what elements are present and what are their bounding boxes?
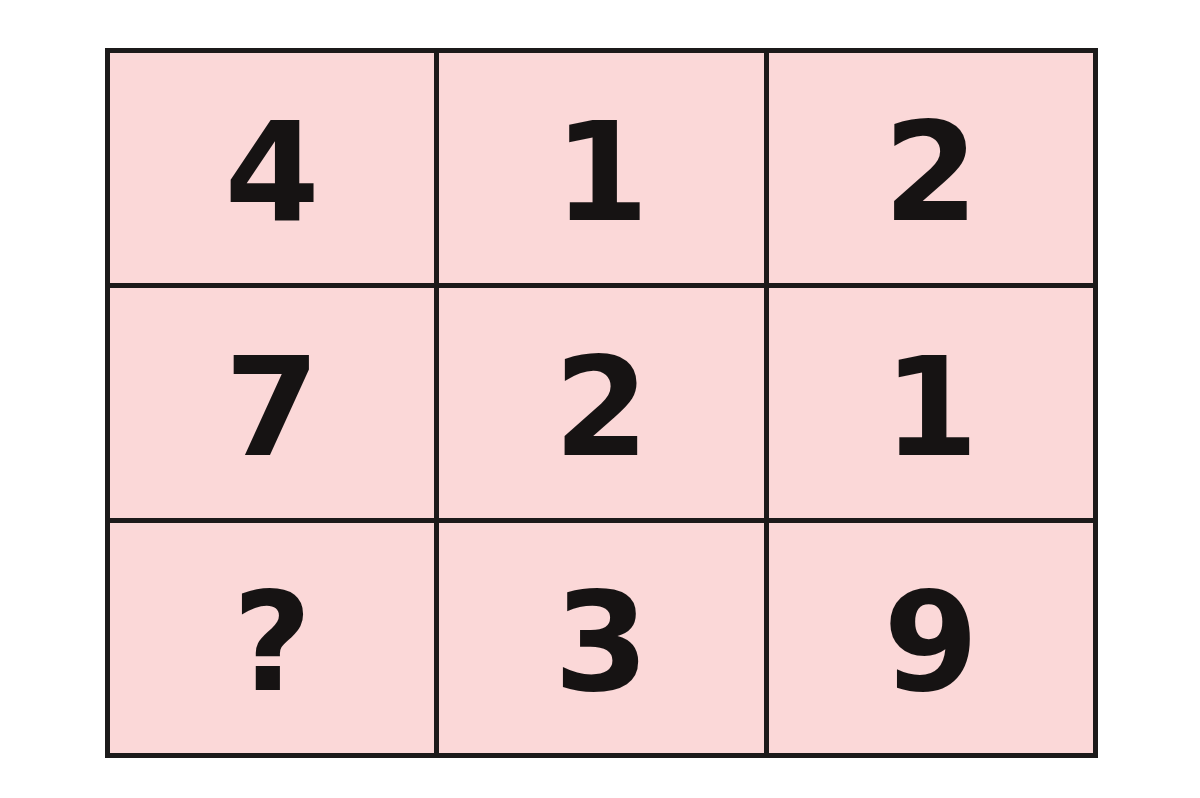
- cell-r3c3: 9: [769, 523, 1093, 753]
- cell-r1c3: 2: [769, 53, 1093, 283]
- cell-r2c2: 2: [439, 288, 763, 518]
- cell-r1c1: 4: [110, 53, 434, 283]
- puzzle-grid: 4 1 2 7 2 1 ? 3 9: [105, 48, 1098, 758]
- cell-r2c1: 7: [110, 288, 434, 518]
- cell-r2c3: 1: [769, 288, 1093, 518]
- cell-r3c1-missing: ?: [110, 523, 434, 753]
- cell-r1c2: 1: [439, 53, 763, 283]
- page: 4 1 2 7 2 1 ? 3 9: [0, 0, 1200, 798]
- cell-r3c2: 3: [439, 523, 763, 753]
